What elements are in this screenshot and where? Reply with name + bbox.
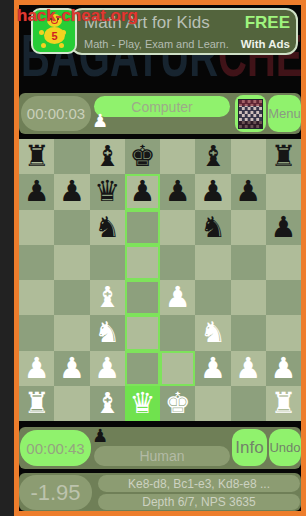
white-pawn: ♟ — [24, 354, 50, 383]
mini-chessboard-icon — [238, 99, 263, 129]
square-e1[interactable]: ♚ — [160, 386, 195, 421]
white-bishop: ♝ — [94, 283, 120, 312]
square-d2[interactable] — [125, 351, 160, 386]
square-c5[interactable] — [90, 245, 125, 280]
square-c2[interactable]: ♟ — [90, 351, 125, 386]
square-f8[interactable]: ♝ — [195, 139, 230, 174]
square-g8[interactable] — [231, 139, 266, 174]
square-c7[interactable]: ♛ — [90, 174, 125, 209]
black-bishop: ♝ — [200, 142, 226, 171]
black-pawn: ♟ — [165, 177, 191, 206]
square-h6[interactable]: ♟ — [266, 210, 301, 245]
black-pawn: ♟ — [200, 177, 226, 206]
square-e8[interactable] — [160, 139, 195, 174]
square-c4[interactable]: ♝ — [90, 280, 125, 315]
square-f5[interactable] — [195, 245, 230, 280]
square-f4[interactable] — [195, 280, 230, 315]
black-knight: ♞ — [94, 213, 120, 242]
human-clock: 00:00:43 — [20, 430, 91, 466]
black-rook: ♜ — [270, 142, 296, 171]
white-queen: ♛ — [129, 389, 155, 418]
square-d7[interactable]: ♟ — [125, 174, 160, 209]
square-d3[interactable] — [125, 315, 160, 350]
watermark: hack-cheat.org — [17, 6, 138, 26]
square-f3[interactable]: ♞ — [195, 315, 230, 350]
square-e2[interactable] — [160, 351, 195, 386]
human-player-button[interactable]: Human — [94, 446, 230, 466]
square-a5[interactable] — [19, 245, 54, 280]
black-rook: ♜ — [24, 142, 50, 171]
square-f7[interactable]: ♟ — [195, 174, 230, 209]
square-a3[interactable] — [19, 315, 54, 350]
white-pawn: ♟ — [165, 283, 191, 312]
square-g4[interactable] — [231, 280, 266, 315]
black-king: ♚ — [129, 142, 155, 171]
black-pawn: ♟ — [235, 177, 261, 206]
computer-clock: 00:00:03 — [21, 96, 91, 131]
square-h1[interactable]: ♜ — [266, 386, 301, 421]
square-c6[interactable]: ♞ — [90, 210, 125, 245]
square-h8[interactable]: ♜ — [266, 139, 301, 174]
square-c3[interactable]: ♞ — [90, 315, 125, 350]
chess-board: ♜♝♚♝♜♟♟♛♟♟♟♟♞♞♟♝♟♞♞♟♟♟♟♟♟♜♝♛♚♜ — [19, 139, 301, 421]
square-b3[interactable] — [54, 315, 89, 350]
white-rook: ♜ — [24, 389, 50, 418]
square-a4[interactable] — [19, 280, 54, 315]
ad-with-ads-label: With Ads — [241, 38, 290, 50]
square-a6[interactable] — [19, 210, 54, 245]
square-e7[interactable]: ♟ — [160, 174, 195, 209]
square-e4[interactable]: ♟ — [160, 280, 195, 315]
square-f6[interactable]: ♞ — [195, 210, 230, 245]
white-knight: ♞ — [200, 318, 226, 347]
square-e3[interactable] — [160, 315, 195, 350]
square-g1[interactable] — [231, 386, 266, 421]
square-a7[interactable]: ♟ — [19, 174, 54, 209]
undo-button[interactable]: Undo — [269, 429, 301, 466]
captured-white-pawn-icon: ♟ — [92, 112, 108, 130]
square-d1[interactable]: ♛ — [125, 386, 160, 421]
evaluation-value: -1.95 — [19, 475, 92, 510]
white-bishop: ♝ — [94, 389, 120, 418]
square-h4[interactable] — [266, 280, 301, 315]
black-pawn: ♟ — [270, 213, 296, 242]
square-h2[interactable]: ♟ — [266, 351, 301, 386]
white-rook: ♜ — [270, 389, 296, 418]
white-pawn: ♟ — [94, 354, 120, 383]
square-b2[interactable]: ♟ — [54, 351, 89, 386]
computer-player-button[interactable]: Computer — [94, 96, 230, 117]
square-c8[interactable]: ♝ — [90, 139, 125, 174]
square-d6[interactable] — [125, 210, 160, 245]
square-g5[interactable] — [231, 245, 266, 280]
square-c1[interactable]: ♝ — [90, 386, 125, 421]
square-e5[interactable] — [160, 245, 195, 280]
info-button[interactable]: Info — [232, 429, 267, 466]
square-d8[interactable]: ♚ — [125, 139, 160, 174]
square-h7[interactable] — [266, 174, 301, 209]
square-b4[interactable] — [54, 280, 89, 315]
ad-subtitle: Math - Play, Exam and Learn. — [84, 38, 229, 50]
square-b6[interactable] — [54, 210, 89, 245]
black-pawn: ♟ — [129, 177, 155, 206]
square-d5[interactable] — [125, 245, 160, 280]
white-pawn: ♟ — [235, 354, 261, 383]
ad-free-badge: FREE — [245, 13, 290, 33]
square-h3[interactable] — [266, 315, 301, 350]
white-knight: ♞ — [94, 318, 120, 347]
board-thumbnail-button[interactable] — [235, 95, 266, 132]
square-g2[interactable]: ♟ — [231, 351, 266, 386]
square-f1[interactable] — [195, 386, 230, 421]
square-a8[interactable]: ♜ — [19, 139, 54, 174]
square-g3[interactable] — [231, 315, 266, 350]
black-knight: ♞ — [200, 213, 226, 242]
black-pawn: ♟ — [24, 177, 50, 206]
white-pawn: ♟ — [200, 354, 226, 383]
black-queen: ♛ — [94, 177, 120, 206]
white-pawn: ♟ — [270, 354, 296, 383]
square-e6[interactable] — [160, 210, 195, 245]
search-depth: Depth 6/7, NPS 3635 — [98, 494, 300, 510]
black-pawn: ♟ — [59, 177, 85, 206]
chess-app-screen: BAGATUR CHESS Math Art for Kids FREE Mat… — [14, 0, 306, 516]
white-king: ♚ — [165, 389, 191, 418]
principal-variation: Ke8-d8, Bc1-e3, Kd8-e8 ... — [98, 475, 300, 492]
square-f2[interactable]: ♟ — [195, 351, 230, 386]
black-bishop: ♝ — [94, 142, 120, 171]
ad-subtitle-row: Math - Play, Exam and Learn. With Ads — [84, 38, 290, 50]
menu-button[interactable]: Menu — [268, 95, 301, 132]
square-h5[interactable] — [266, 245, 301, 280]
square-a2[interactable]: ♟ — [19, 351, 54, 386]
square-b8[interactable] — [54, 139, 89, 174]
square-b5[interactable] — [54, 245, 89, 280]
square-b7[interactable]: ♟ — [54, 174, 89, 209]
captured-black-pawn-icon: ♟ — [92, 427, 108, 445]
white-pawn: ♟ — [59, 354, 85, 383]
square-g6[interactable] — [231, 210, 266, 245]
square-b1[interactable] — [54, 386, 89, 421]
square-g7[interactable]: ♟ — [231, 174, 266, 209]
square-d4[interactable] — [125, 280, 160, 315]
square-a1[interactable]: ♜ — [19, 386, 54, 421]
